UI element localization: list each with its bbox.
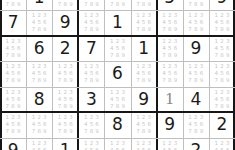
pencil-marks: 123456789: [209, 10, 235, 36]
cell-r5c8[interactable]: 123456789: [183, 61, 209, 87]
cell-r4c8[interactable]: 9: [183, 36, 209, 62]
cell-r4c3[interactable]: 2: [52, 36, 78, 62]
cell-r7c4[interactable]: 123456789: [78, 112, 104, 138]
pencil-digit: 9: [146, 1, 152, 8]
cell-r5c5[interactable]: 6: [104, 61, 130, 87]
cell-r6c5[interactable]: 123456789: [104, 87, 130, 113]
given-digit: 1: [104, 10, 130, 36]
given-digit: 4: [183, 87, 209, 113]
given-digit: 8: [26, 87, 52, 113]
pencil-digit: 9: [94, 26, 100, 33]
pencil-digit: 9: [146, 128, 152, 135]
cell-r5c7[interactable]: 123456789: [157, 61, 183, 87]
cell-r5c9[interactable]: 123456789: [209, 61, 235, 87]
cell-r4c4[interactable]: 7: [78, 36, 104, 62]
pencil-marks: 123456789: [0, 0, 26, 10]
pencil-marks: 123456789: [209, 87, 235, 113]
cell-r6c9[interactable]: 123456789: [209, 87, 235, 113]
pencil-marks: 123456789: [78, 10, 104, 36]
pencil-digit: 9: [16, 128, 22, 135]
pencil-digit: 9: [199, 26, 205, 33]
cell-r7c7[interactable]: 9: [157, 112, 183, 138]
cell-r6c6[interactable]: 9: [131, 87, 157, 113]
pencil-digit: 6: [120, 96, 126, 103]
cell-r8c8[interactable]: 2: [183, 138, 209, 150]
cell-r5c2[interactable]: 123456789: [26, 61, 52, 87]
pencil-digit: 9: [68, 128, 74, 135]
pencil-digit: 6: [42, 147, 48, 150]
cell-r8c9[interactable]: 123456789: [209, 138, 235, 150]
pencil-digit: 9: [146, 26, 152, 33]
pencil-digit: 9: [42, 26, 48, 33]
grid-line: [0, 138, 235, 139]
pencil-marks: 123456789: [131, 61, 157, 87]
grid-line: [0, 87, 235, 88]
board-border-left: [0, 0, 2, 150]
pencil-digit: 9: [68, 77, 74, 84]
pencil-digit: 3: [94, 140, 100, 147]
box-line-vertical: [156, 0, 158, 150]
given-digit: 7: [0, 10, 26, 36]
sudoku-app-screenshot: 1234567891123456789123456789123456789123…: [0, 0, 235, 150]
cell-r6c3[interactable]: 123456789: [52, 87, 78, 113]
pencil-digit: 9: [16, 77, 22, 84]
pencil-marks: 123456789: [131, 112, 157, 138]
given-digit: 2: [209, 112, 235, 138]
pencil-digit: 6: [120, 45, 126, 52]
cell-r7c1[interactable]: 123456789: [0, 112, 26, 138]
given-digit: 6: [104, 61, 130, 87]
given-digit: 8: [104, 112, 130, 138]
box-line-horizontal: [0, 35, 235, 37]
pencil-digit: 9: [225, 26, 231, 33]
given-digit: 9: [0, 138, 26, 150]
grid-line: [131, 0, 132, 150]
pencil-digit: 6: [68, 96, 74, 103]
pencil-digit: 3: [16, 38, 22, 45]
placed-digit: 1: [157, 87, 183, 113]
pencil-marks: 123456789: [26, 138, 52, 150]
pencil-marks: 123456789: [183, 61, 209, 87]
cell-r7c9[interactable]: 2: [209, 112, 235, 138]
cell-r3c6[interactable]: 123456789: [131, 10, 157, 36]
pencil-digit: 3: [225, 89, 231, 96]
pencil-marks: 123456789: [131, 138, 157, 150]
pencil-digit: 3: [173, 140, 179, 147]
cell-r8c6[interactable]: 123456789: [131, 138, 157, 150]
cell-r3c2[interactable]: 123456789: [26, 10, 52, 36]
pencil-digit: 3: [68, 89, 74, 96]
pencil-digit: 9: [146, 77, 152, 84]
pencil-digit: 9: [68, 1, 74, 8]
cell-r5c4[interactable]: 123456789: [78, 61, 104, 87]
cell-r5c3[interactable]: 123456789: [52, 61, 78, 87]
cell-r8c3[interactable]: 1: [52, 138, 78, 150]
given-digit: 9: [209, 0, 235, 10]
pencil-digit: 6: [146, 147, 152, 150]
cell-r5c6[interactable]: 123456789: [131, 61, 157, 87]
box-line-vertical: [77, 0, 79, 150]
pencil-digit: 3: [42, 140, 48, 147]
pencil-digit: 6: [16, 45, 22, 52]
pencil-digit: 9: [94, 128, 100, 135]
pencil-marks: 123456789: [0, 112, 26, 138]
cell-r7c2[interactable]: 123456789: [26, 112, 52, 138]
box-line-horizontal: [0, 111, 235, 113]
grid-line: [0, 61, 235, 62]
given-digit: 1: [52, 138, 78, 150]
cell-r3c7[interactable]: 123456789: [157, 10, 183, 36]
pencil-digit: 3: [120, 38, 126, 45]
pencil-digit: 9: [199, 1, 205, 8]
cell-r4c7[interactable]: 123456789: [157, 36, 183, 62]
given-digit: 3: [78, 87, 104, 113]
cell-r6c1[interactable]: 123456789: [0, 87, 26, 113]
cell-r4c2[interactable]: 6: [26, 36, 52, 62]
pencil-digit: 9: [199, 77, 205, 84]
pencil-marks: 123456789: [26, 61, 52, 87]
cell-r3c9[interactable]: 123456789: [209, 10, 235, 36]
pencil-marks: 123456789: [104, 138, 130, 150]
pencil-marks: 123456789: [26, 10, 52, 36]
given-digit: 9: [183, 36, 209, 62]
pencil-digit: 6: [225, 96, 231, 103]
pencil-digit: 3: [225, 38, 231, 45]
pencil-marks: 123456789: [131, 10, 157, 36]
given-digit: 7: [78, 36, 104, 62]
pencil-marks: 123456789: [0, 36, 26, 62]
given-digit: 1: [131, 36, 157, 62]
grid-line: [52, 0, 53, 150]
cell-r2c8[interactable]: 123456789: [183, 0, 209, 10]
pencil-marks: 123456789: [78, 61, 104, 87]
pencil-digit: 9: [173, 52, 179, 59]
cell-r2c6[interactable]: 123456789: [131, 0, 157, 10]
pencil-marks: 123456789: [157, 10, 183, 36]
cell-r2c9[interactable]: 9: [209, 0, 235, 10]
pencil-marks: 123456789: [183, 10, 209, 36]
cell-r8c4[interactable]: 123456789: [78, 138, 104, 150]
pencil-marks: 123456789: [131, 0, 157, 10]
pencil-digit: 6: [16, 96, 22, 103]
pencil-digit: 3: [173, 38, 179, 45]
pencil-marks: 123456789: [157, 138, 183, 150]
pencil-marks: 123456789: [104, 0, 130, 10]
given-digit: 1: [26, 0, 52, 10]
pencil-digit: 9: [225, 77, 231, 84]
cell-r2c1[interactable]: 123456789: [0, 0, 26, 10]
pencil-marks: 123456789: [52, 61, 78, 87]
pencil-marks: 123456789: [52, 0, 78, 10]
pencil-digit: 9: [68, 103, 74, 110]
pencil-digit: 3: [120, 89, 126, 96]
given-digit: 6: [26, 36, 52, 62]
pencil-digit: 9: [173, 77, 179, 84]
cell-r4c6[interactable]: 1: [131, 36, 157, 62]
pencil-digit: 3: [146, 140, 152, 147]
pencil-digit: 6: [225, 45, 231, 52]
pencil-marks: 123456789: [52, 112, 78, 138]
pencil-marks: 123456789: [157, 61, 183, 87]
cell-r7c3[interactable]: 123456789: [52, 112, 78, 138]
pencil-marks: 123456789: [157, 36, 183, 62]
pencil-marks: 123456789: [104, 87, 130, 113]
pencil-digit: 9: [16, 1, 22, 8]
cell-r4c5[interactable]: 123456789: [104, 36, 130, 62]
given-digit: 2: [183, 138, 209, 150]
pencil-marks: 123456789: [26, 112, 52, 138]
cell-r7c8[interactable]: 123456789: [183, 112, 209, 138]
given-digit: 9: [52, 10, 78, 36]
pencil-digit: 9: [173, 26, 179, 33]
cell-r7c6[interactable]: 123456789: [131, 112, 157, 138]
cell-r2c2[interactable]: 1: [26, 0, 52, 10]
pencil-digit: 9: [225, 103, 231, 110]
cell-r3c4[interactable]: 123456789: [78, 10, 104, 36]
pencil-digit: 9: [120, 52, 126, 59]
cell-r4c9[interactable]: 123456789: [209, 36, 235, 62]
cell-r5c1[interactable]: 123456789: [0, 61, 26, 87]
cell-r6c7[interactable]: 1: [157, 87, 183, 113]
pencil-marks: 123456789: [52, 87, 78, 113]
cell-r6c2[interactable]: 8: [26, 87, 52, 113]
board-border-right: [233, 0, 235, 150]
pencil-digit: 6: [173, 147, 179, 150]
pencil-digit: 9: [42, 77, 48, 84]
cell-r8c1[interactable]: 9: [0, 138, 26, 150]
grid-line: [0, 10, 235, 11]
grid-line: [209, 0, 210, 150]
cell-r3c1[interactable]: 7: [0, 10, 26, 36]
pencil-marks: 123456789: [78, 112, 104, 138]
pencil-digit: 3: [225, 140, 231, 147]
given-digit: 2: [52, 36, 78, 62]
given-digit: 5: [157, 0, 183, 10]
pencil-digit: 9: [42, 128, 48, 135]
pencil-marks: 123456789: [209, 138, 235, 150]
cell-r8c2[interactable]: 123456789: [26, 138, 52, 150]
cell-r2c4[interactable]: 123456789: [78, 0, 104, 10]
sudoku-board: 1234567891123456789123456789123456789123…: [0, 0, 235, 150]
pencil-digit: 9: [199, 128, 205, 135]
pencil-marks: 123456789: [209, 61, 235, 87]
pencil-marks: 123456789: [78, 138, 104, 150]
cell-r8c7[interactable]: 123456789: [157, 138, 183, 150]
pencil-marks: 123456789: [78, 0, 104, 10]
cell-r8c5[interactable]: 123456789: [104, 138, 130, 150]
given-digit: 9: [131, 87, 157, 113]
grid-line: [183, 0, 184, 150]
cell-r2c5[interactable]: 123456789: [104, 0, 130, 10]
pencil-digit: 9: [120, 103, 126, 110]
pencil-marks: 123456789: [183, 0, 209, 10]
pencil-digit: 9: [120, 1, 126, 8]
pencil-digit: 6: [225, 147, 231, 150]
pencil-marks: 123456789: [0, 87, 26, 113]
pencil-digit: 9: [94, 77, 100, 84]
pencil-digit: 9: [16, 103, 22, 110]
cell-r6c4[interactable]: 3: [78, 87, 104, 113]
pencil-digit: 6: [120, 147, 126, 150]
pencil-digit: 3: [16, 89, 22, 96]
pencil-marks: 123456789: [104, 36, 130, 62]
grid-line: [26, 0, 27, 150]
pencil-digit: 9: [225, 52, 231, 59]
pencil-marks: 123456789: [183, 112, 209, 138]
pencil-marks: 123456789: [0, 61, 26, 87]
pencil-digit: 6: [94, 147, 100, 150]
pencil-digit: 9: [94, 1, 100, 8]
cell-r6c8[interactable]: 4: [183, 87, 209, 113]
cell-r2c7[interactable]: 5: [157, 0, 183, 10]
grid-line: [104, 0, 105, 150]
pencil-digit: 3: [120, 140, 126, 147]
cell-r2c3[interactable]: 123456789: [52, 0, 78, 10]
cell-r4c1[interactable]: 123456789: [0, 36, 26, 62]
given-digit: 9: [157, 112, 183, 138]
pencil-marks: 123456789: [209, 36, 235, 62]
cell-r7c5[interactable]: 8: [104, 112, 130, 138]
pencil-digit: 9: [16, 52, 22, 59]
pencil-digit: 6: [173, 45, 179, 52]
cell-r3c5[interactable]: 1: [104, 10, 130, 36]
cell-r3c8[interactable]: 123456789: [183, 10, 209, 36]
cell-r3c3[interactable]: 9: [52, 10, 78, 36]
